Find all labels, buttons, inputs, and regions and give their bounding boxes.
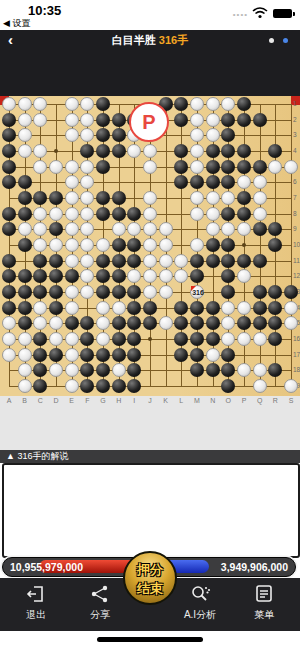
- stone-black: [65, 269, 79, 283]
- stone-white: [33, 222, 47, 236]
- ai-analysis-button[interactable]: A.I分析: [170, 584, 230, 622]
- stone-white: [190, 207, 204, 221]
- stone-white: [237, 301, 251, 315]
- stone-black: [18, 285, 32, 299]
- stone-black: [127, 238, 141, 252]
- column-label: J: [144, 397, 156, 404]
- stone-white: [65, 379, 79, 393]
- stone-black: [253, 301, 267, 315]
- stone-black: [18, 301, 32, 315]
- stone-white: [65, 128, 79, 142]
- stone-white: [112, 363, 126, 377]
- stone-black: [112, 316, 126, 330]
- stone-white: [80, 175, 94, 189]
- stone-black: [18, 175, 32, 189]
- stone-black: [268, 332, 282, 346]
- stone-white: [49, 207, 63, 221]
- bet-button-line2: 结束: [125, 579, 175, 598]
- stone-black: [237, 207, 251, 221]
- column-label: R: [269, 397, 281, 404]
- stone-black: [127, 332, 141, 346]
- stone-black: [18, 191, 32, 205]
- stone-black: [174, 175, 188, 189]
- stone-black: [221, 160, 235, 174]
- column-label: L: [175, 397, 187, 404]
- stone-black: [127, 363, 141, 377]
- stone-white: [174, 269, 188, 283]
- row-label: 6: [293, 178, 300, 185]
- nav-bar: ‹ 白目半胜 316手: [0, 30, 300, 50]
- cellular-signal-icon: ••••: [233, 10, 248, 19]
- stone-white: [253, 207, 267, 221]
- stone-black: [33, 285, 47, 299]
- stone-white: [206, 207, 220, 221]
- row-label: 1: [293, 100, 300, 107]
- stone-white: [253, 175, 267, 189]
- stone-white: [49, 363, 63, 377]
- stone-black: [221, 269, 235, 283]
- stone-white: [206, 191, 220, 205]
- stone-white: [127, 144, 141, 158]
- stone-white: [65, 301, 79, 315]
- stone-white: [80, 113, 94, 127]
- stone-black: [237, 316, 251, 330]
- stone-black: [112, 207, 126, 221]
- stone-white: [18, 144, 32, 158]
- stone-black: [221, 254, 235, 268]
- stone-white: [190, 191, 204, 205]
- stone-black: [174, 144, 188, 158]
- stone-white: [221, 332, 235, 346]
- stone-black: [143, 316, 157, 330]
- stone-white: [2, 97, 16, 111]
- stone-white: [143, 285, 157, 299]
- stone-black: [190, 332, 204, 346]
- stone-black: [96, 160, 110, 174]
- stone-black: [143, 301, 157, 315]
- stone-white: [18, 222, 32, 236]
- stone-white: [65, 348, 79, 362]
- stone-black: [268, 363, 282, 377]
- stone-white: [206, 348, 220, 362]
- game-result-title: 白目半胜 316手: [0, 30, 300, 50]
- stone-white: [2, 316, 16, 330]
- stone-white: [18, 113, 32, 127]
- stone-white: [159, 316, 173, 330]
- row-label: 4: [293, 147, 300, 154]
- stone-black: [127, 379, 141, 393]
- stone-white: [253, 332, 267, 346]
- stone-black: [96, 363, 110, 377]
- stone-white: [112, 301, 126, 315]
- stone-black: [221, 238, 235, 252]
- row-label: 2: [293, 116, 300, 123]
- stone-white: [65, 254, 79, 268]
- stone-white: [33, 207, 47, 221]
- stone-black: [96, 379, 110, 393]
- stone-black: [190, 254, 204, 268]
- stone-white: [80, 97, 94, 111]
- stone-white: [143, 222, 157, 236]
- stone-white: [190, 128, 204, 142]
- stone-black: [253, 160, 267, 174]
- back-to-app-link[interactable]: ◀ 设置: [3, 17, 30, 30]
- stone-black: [18, 207, 32, 221]
- stone-white: [65, 191, 79, 205]
- stone-white: 316: [190, 285, 204, 299]
- stone-black: [206, 301, 220, 315]
- commentary-header[interactable]: ▲ 316手的解说: [0, 450, 300, 463]
- exit-icon: [26, 584, 46, 604]
- row-label: 7: [293, 194, 300, 201]
- stone-white: [284, 316, 298, 330]
- stone-white: [221, 97, 235, 111]
- column-label: D: [50, 397, 62, 404]
- column-label: K: [160, 397, 172, 404]
- stone-black: [127, 348, 141, 362]
- stone-black: [33, 379, 47, 393]
- stone-white: [206, 128, 220, 142]
- menu-button[interactable]: 菜单: [234, 584, 294, 622]
- column-label: G: [97, 397, 109, 404]
- stone-black: [112, 191, 126, 205]
- star-point: [148, 337, 152, 341]
- player-bar: ★ ★ 14 00:00:00 P 00:00:00 10 柯洁 P9段 陈耀烨…: [0, 50, 300, 96]
- commentary-box: [2, 463, 300, 558]
- stone-white: [80, 207, 94, 221]
- stone-black: [49, 269, 63, 283]
- stone-black: [268, 144, 282, 158]
- clock: 10:35: [28, 3, 61, 18]
- stone-white: [221, 222, 235, 236]
- pass-indicator: P: [129, 102, 169, 142]
- stone-black: [2, 254, 16, 268]
- stone-black: [253, 254, 267, 268]
- stone-black: [190, 269, 204, 283]
- stone-white: [33, 316, 47, 330]
- stone-black: [221, 175, 235, 189]
- column-label: M: [191, 397, 203, 404]
- stone-black: [268, 285, 282, 299]
- column-label: S: [285, 397, 297, 404]
- stone-white: [65, 113, 79, 127]
- stone-white: [221, 191, 235, 205]
- stone-black: [96, 191, 110, 205]
- column-label: O: [222, 397, 234, 404]
- stone-white: [65, 97, 79, 111]
- stone-white: [18, 128, 32, 142]
- stone-white: [96, 238, 110, 252]
- battery-icon: [273, 9, 292, 18]
- stone-black: [2, 175, 16, 189]
- stone-white: [284, 301, 298, 315]
- stone-white: [49, 316, 63, 330]
- bet-button-line1: 押分: [125, 560, 175, 579]
- stone-black: [80, 363, 94, 377]
- stone-black: [253, 113, 267, 127]
- stone-black: [237, 144, 251, 158]
- stone-white: [190, 144, 204, 158]
- stone-white: [18, 363, 32, 377]
- stone-white: [33, 301, 47, 315]
- row-label: 3: [293, 131, 300, 138]
- stone-black: [65, 316, 79, 330]
- stone-black: [49, 254, 63, 268]
- stone-black: [112, 269, 126, 283]
- stone-black: [112, 113, 126, 127]
- stone-black: [2, 207, 16, 221]
- stone-white: [190, 113, 204, 127]
- stone-black: [96, 113, 110, 127]
- stone-white: [143, 238, 157, 252]
- stone-white: [2, 348, 16, 362]
- stone-white: [18, 348, 32, 362]
- stone-white: [65, 363, 79, 377]
- column-label: C: [34, 397, 46, 404]
- stone-black: [2, 285, 16, 299]
- stone-black: [268, 238, 282, 252]
- stone-black: [96, 207, 110, 221]
- column-label: Q: [254, 397, 266, 404]
- stone-black: [80, 379, 94, 393]
- stone-black: [253, 316, 267, 330]
- stone-black: [80, 144, 94, 158]
- stone-white: [143, 144, 157, 158]
- stone-black: [174, 301, 188, 315]
- column-label: B: [19, 397, 31, 404]
- stone-black: [127, 285, 141, 299]
- stone-white: [49, 238, 63, 252]
- stone-black: [96, 144, 110, 158]
- stone-white: [143, 160, 157, 174]
- stone-black: [112, 332, 126, 346]
- stone-black: [268, 222, 282, 236]
- black-bet-amount: 10,955,979,000: [10, 561, 83, 573]
- stone-black: [18, 269, 32, 283]
- stone-white: [80, 160, 94, 174]
- page-dot-2[interactable]: [283, 38, 288, 43]
- app-root: 10:35 ◀ 设置 •••• ‹ 白目半胜 316手 ★ ★ 14 00:00…: [0, 0, 300, 649]
- home-indicator-area: [0, 631, 300, 649]
- stone-black: [49, 348, 63, 362]
- stone-black: [49, 285, 63, 299]
- stone-black: [96, 128, 110, 142]
- stone-white: [96, 332, 110, 346]
- stone-black: [33, 191, 47, 205]
- stone-black: [49, 301, 63, 315]
- stone-black: [96, 254, 110, 268]
- stone-black: [96, 269, 110, 283]
- stone-black: [18, 238, 32, 252]
- stone-white: [284, 160, 298, 174]
- stone-black: [190, 316, 204, 330]
- row-label: 18: [293, 366, 300, 373]
- last-move-number: 316: [191, 289, 205, 296]
- stone-black: [221, 113, 235, 127]
- page-dot-1[interactable]: [269, 38, 274, 43]
- stone-white: [80, 254, 94, 268]
- stone-black: [174, 348, 188, 362]
- stone-white: [253, 363, 267, 377]
- stone-black: [284, 285, 298, 299]
- stone-black: [268, 301, 282, 315]
- stone-white: [143, 191, 157, 205]
- stone-black: [237, 191, 251, 205]
- stone-white: [65, 222, 79, 236]
- row-label: 8: [293, 210, 300, 217]
- share-button[interactable]: 分享: [70, 584, 130, 622]
- stone-white: [253, 379, 267, 393]
- stone-white: [159, 285, 173, 299]
- stone-white: [237, 269, 251, 283]
- stone-black: [127, 207, 141, 221]
- stone-white: [80, 269, 94, 283]
- stone-white: [159, 222, 173, 236]
- stone-black: [49, 222, 63, 236]
- bet-finished-button[interactable]: 押分 结束: [123, 551, 177, 605]
- stone-black: [268, 316, 282, 330]
- stone-white: [80, 128, 94, 142]
- stone-black: [221, 128, 235, 142]
- stone-white: [221, 316, 235, 330]
- stone-white: [127, 222, 141, 236]
- stone-black: [253, 285, 267, 299]
- grid-line: [9, 386, 292, 387]
- stone-white: [143, 207, 157, 221]
- stone-white: [65, 238, 79, 252]
- stone-black: [221, 379, 235, 393]
- stone-white: [18, 332, 32, 346]
- stone-white: [65, 207, 79, 221]
- stone-white: [65, 285, 79, 299]
- column-label: P: [238, 397, 250, 404]
- stone-black: [174, 316, 188, 330]
- stone-white: [33, 160, 47, 174]
- stone-white: [127, 269, 141, 283]
- home-indicator[interactable]: [97, 637, 203, 642]
- stone-white: [159, 254, 173, 268]
- stone-black: [237, 160, 251, 174]
- column-label: I: [128, 397, 140, 404]
- stone-black: [127, 316, 141, 330]
- status-bar: 10:35 ◀ 设置 ••••: [0, 0, 300, 30]
- stone-black: [206, 363, 220, 377]
- stone-white: [33, 144, 47, 158]
- stone-black: [174, 113, 188, 127]
- stone-black: [221, 363, 235, 377]
- stone-black: [112, 254, 126, 268]
- stone-white: [49, 160, 63, 174]
- column-label: E: [66, 397, 78, 404]
- stone-black: [221, 285, 235, 299]
- stone-white: [80, 222, 94, 236]
- stone-black: [221, 144, 235, 158]
- grid-line: [291, 104, 292, 387]
- stone-white: [159, 269, 173, 283]
- row-label: 17: [293, 351, 300, 358]
- white-bet-amount: 3,949,906,000: [221, 561, 288, 573]
- stone-black: [253, 222, 267, 236]
- stone-white: [143, 254, 157, 268]
- stone-white: [268, 160, 282, 174]
- share-icon: [90, 584, 110, 604]
- stone-white: [143, 269, 157, 283]
- stone-white: [65, 160, 79, 174]
- stone-white: [174, 254, 188, 268]
- stone-black: [190, 301, 204, 315]
- stone-white: [80, 238, 94, 252]
- stone-white: [18, 379, 32, 393]
- column-label: H: [113, 397, 125, 404]
- stone-black: [33, 332, 47, 346]
- exit-button[interactable]: 退出: [6, 584, 66, 622]
- stone-black: [2, 160, 16, 174]
- stone-black: [190, 348, 204, 362]
- stone-black: [206, 175, 220, 189]
- stone-white: [237, 363, 251, 377]
- stone-white: [112, 222, 126, 236]
- stone-black: [127, 301, 141, 315]
- column-label: F: [81, 397, 93, 404]
- move-count: 316手: [159, 34, 188, 46]
- stone-black: [2, 222, 16, 236]
- stone-white: [190, 238, 204, 252]
- stone-black: [127, 254, 141, 268]
- stone-white: [33, 238, 47, 252]
- stone-black: [112, 144, 126, 158]
- stone-black: [206, 254, 220, 268]
- document-icon: [255, 584, 273, 604]
- stone-white: [18, 97, 32, 111]
- stone-black: [2, 144, 16, 158]
- row-label: 12: [293, 272, 300, 279]
- stone-black: [80, 348, 94, 362]
- stone-black: [206, 160, 220, 174]
- stone-white: [190, 160, 204, 174]
- stone-black: [206, 316, 220, 330]
- star-point: [242, 243, 246, 247]
- stone-white: [65, 332, 79, 346]
- stone-black: [112, 285, 126, 299]
- stone-black: [174, 332, 188, 346]
- stone-black: [190, 175, 204, 189]
- stone-black: [112, 238, 126, 252]
- stone-white: [206, 97, 220, 111]
- stone-white: [253, 191, 267, 205]
- stone-white: [284, 379, 298, 393]
- stone-white: [237, 222, 251, 236]
- row-label: 10: [293, 241, 300, 248]
- row-label: 16: [293, 335, 300, 342]
- stone-white: [65, 175, 79, 189]
- stone-white: [80, 285, 94, 299]
- stone-black: [18, 316, 32, 330]
- stone-white: [80, 191, 94, 205]
- stone-black: [174, 97, 188, 111]
- column-label: N: [207, 397, 219, 404]
- stone-white: [96, 316, 110, 330]
- star-point: [54, 149, 58, 153]
- stone-black: [80, 316, 94, 330]
- stone-white: [49, 332, 63, 346]
- row-label: 11: [293, 257, 300, 264]
- column-label: A: [3, 397, 15, 404]
- stone-black: [33, 348, 47, 362]
- stone-black: [96, 285, 110, 299]
- stone-black: [237, 97, 251, 111]
- stone-white: [2, 332, 16, 346]
- stone-black: [237, 254, 251, 268]
